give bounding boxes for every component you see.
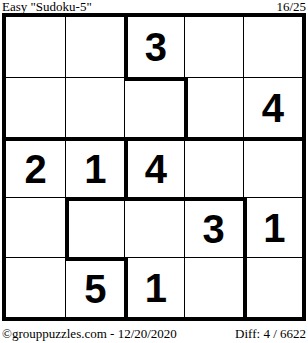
cell-r2c4-region-B[interactable] — [184, 77, 243, 137]
cell-r5c1-region-C[interactable] — [6, 257, 65, 317]
cell-r5c5-region-D[interactable] — [243, 257, 302, 317]
cell-r1c4-region-B[interactable] — [184, 17, 243, 77]
copyright-text: ©grouppuzzles.com - 12/20/2020 — [2, 326, 177, 341]
cell-r2c2-region-A[interactable] — [65, 77, 124, 137]
cell-r4c5-region-D[interactable]: 1 — [243, 197, 302, 257]
given-digit: 4 — [262, 88, 284, 128]
given-digit: 3 — [145, 27, 167, 67]
cell-r2c3-region-A[interactable] — [124, 77, 183, 137]
cell-r4c2-region-E[interactable] — [65, 197, 124, 257]
cell-r3c5-region-D[interactable] — [243, 137, 302, 197]
given-digit: 1 — [84, 149, 106, 189]
cell-r1c3-region-B[interactable]: 3 — [124, 17, 183, 77]
cell-r5c3-region-E[interactable]: 1 — [124, 257, 183, 317]
cell-r3c1-region-C[interactable]: 2 — [6, 137, 65, 197]
given-digit: 1 — [145, 268, 167, 308]
cell-r4c3-region-E[interactable] — [124, 197, 183, 257]
given-digit: 3 — [203, 209, 225, 249]
cell-r1c5-region-B[interactable] — [243, 17, 302, 77]
given-digit: 1 — [263, 208, 285, 248]
cell-r5c2-region-C[interactable]: 5 — [65, 257, 124, 317]
cell-r3c3-region-D[interactable]: 4 — [124, 137, 183, 197]
cell-r4c4-region-E[interactable]: 3 — [184, 197, 243, 257]
sudoku-board: 342143151 — [2, 13, 306, 321]
header: Easy "Sudoku-5" 16/25 — [0, 0, 308, 13]
footer: ©grouppuzzles.com - 12/20/2020 Diff: 4 /… — [0, 326, 308, 341]
difficulty-text: Diff: 4 / 6622 — [235, 326, 306, 341]
cell-r3c4-region-D[interactable] — [184, 137, 243, 197]
given-digit: 5 — [84, 269, 106, 309]
cell-r5c4-region-E[interactable] — [184, 257, 243, 317]
cell-r2c1-region-A[interactable] — [6, 77, 65, 137]
progress-counter: 16/25 — [276, 0, 306, 13]
puzzle-title: Easy "Sudoku-5" — [2, 0, 92, 13]
given-digit: 2 — [24, 149, 46, 189]
cell-r4c1-region-C[interactable] — [6, 197, 65, 257]
cell-r1c2-region-A[interactable] — [65, 17, 124, 77]
cell-r1c1-region-A[interactable] — [6, 17, 65, 77]
cell-r2c5-region-B[interactable]: 4 — [243, 77, 302, 137]
cell-r3c2-region-C[interactable]: 1 — [65, 137, 124, 197]
given-digit: 4 — [145, 149, 167, 189]
